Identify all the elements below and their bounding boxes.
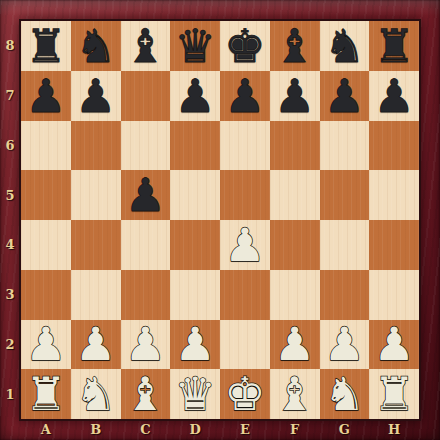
square-c5[interactable]: ♟ xyxy=(121,170,171,220)
square-b7[interactable]: ♟ xyxy=(71,71,121,121)
square-f6[interactable] xyxy=(270,121,320,171)
piece-black-pawn[interactable]: ♟ xyxy=(75,73,116,119)
square-g3[interactable] xyxy=(320,270,370,320)
square-c6[interactable] xyxy=(121,121,171,171)
square-g1[interactable]: ♞ xyxy=(320,369,370,419)
piece-black-queen[interactable]: ♛ xyxy=(175,23,216,69)
square-g5[interactable] xyxy=(320,170,370,220)
chess-board-frame: ♜♞♝♛♚♝♞♜♟♟♟♟♟♟♟♟♟♟♟♟♟♟♟♟♜♞♝♛♚♝♞♜ 8765432… xyxy=(0,0,440,440)
square-a8[interactable]: ♜ xyxy=(21,21,71,71)
rank-label-3: 3 xyxy=(0,270,20,320)
file-label-c: C xyxy=(121,420,171,440)
square-h4[interactable] xyxy=(369,220,419,270)
square-b6[interactable] xyxy=(71,121,121,171)
file-label-f: F xyxy=(270,420,320,440)
piece-black-pawn[interactable]: ♟ xyxy=(224,73,265,119)
rank-label-5: 5 xyxy=(0,170,20,220)
piece-black-pawn[interactable]: ♟ xyxy=(374,73,415,119)
square-f4[interactable] xyxy=(270,220,320,270)
piece-black-pawn[interactable]: ♟ xyxy=(175,73,216,119)
square-h1[interactable]: ♜ xyxy=(369,369,419,419)
square-e1[interactable]: ♚ xyxy=(220,369,270,419)
square-a1[interactable]: ♜ xyxy=(21,369,71,419)
square-g2[interactable]: ♟ xyxy=(320,320,370,370)
rank-label-2: 2 xyxy=(0,320,20,370)
square-f5[interactable] xyxy=(270,170,320,220)
piece-white-pawn[interactable]: ♟ xyxy=(274,321,315,367)
piece-white-pawn[interactable]: ♟ xyxy=(75,321,116,367)
rank-label-1: 1 xyxy=(0,369,20,419)
square-e7[interactable]: ♟ xyxy=(220,71,270,121)
piece-black-knight[interactable]: ♞ xyxy=(324,23,365,69)
square-c4[interactable] xyxy=(121,220,171,270)
square-e3[interactable] xyxy=(220,270,270,320)
square-b5[interactable] xyxy=(71,170,121,220)
piece-white-pawn[interactable]: ♟ xyxy=(224,222,265,268)
square-d8[interactable]: ♛ xyxy=(170,21,220,71)
square-h8[interactable]: ♜ xyxy=(369,21,419,71)
square-g7[interactable]: ♟ xyxy=(320,71,370,121)
piece-white-bishop[interactable]: ♝ xyxy=(274,371,315,417)
piece-black-pawn[interactable]: ♟ xyxy=(25,73,66,119)
piece-black-pawn[interactable]: ♟ xyxy=(324,73,365,119)
square-a6[interactable] xyxy=(21,121,71,171)
square-a7[interactable]: ♟ xyxy=(21,71,71,121)
square-h7[interactable]: ♟ xyxy=(369,71,419,121)
piece-white-knight[interactable]: ♞ xyxy=(75,371,116,417)
square-f1[interactable]: ♝ xyxy=(270,369,320,419)
square-g4[interactable] xyxy=(320,220,370,270)
square-h3[interactable] xyxy=(369,270,419,320)
piece-white-knight[interactable]: ♞ xyxy=(324,371,365,417)
piece-white-rook[interactable]: ♜ xyxy=(374,371,415,417)
square-c8[interactable]: ♝ xyxy=(121,21,171,71)
square-d6[interactable] xyxy=(170,121,220,171)
piece-white-pawn[interactable]: ♟ xyxy=(175,321,216,367)
square-d3[interactable] xyxy=(170,270,220,320)
square-e6[interactable] xyxy=(220,121,270,171)
square-e8[interactable]: ♚ xyxy=(220,21,270,71)
square-c3[interactable] xyxy=(121,270,171,320)
file-label-d: D xyxy=(170,420,220,440)
piece-white-pawn[interactable]: ♟ xyxy=(125,321,166,367)
square-d7[interactable]: ♟ xyxy=(170,71,220,121)
piece-black-knight[interactable]: ♞ xyxy=(75,23,116,69)
piece-white-rook[interactable]: ♜ xyxy=(25,371,66,417)
file-label-h: H xyxy=(369,420,419,440)
piece-white-bishop[interactable]: ♝ xyxy=(125,371,166,417)
square-g8[interactable]: ♞ xyxy=(320,21,370,71)
square-e5[interactable] xyxy=(220,170,270,220)
square-b2[interactable]: ♟ xyxy=(71,320,121,370)
rank-label-4: 4 xyxy=(0,220,20,270)
piece-white-pawn[interactable]: ♟ xyxy=(374,321,415,367)
square-h2[interactable]: ♟ xyxy=(369,320,419,370)
piece-black-rook[interactable]: ♜ xyxy=(374,23,415,69)
square-f2[interactable]: ♟ xyxy=(270,320,320,370)
square-c1[interactable]: ♝ xyxy=(121,369,171,419)
square-b3[interactable] xyxy=(71,270,121,320)
piece-black-pawn[interactable]: ♟ xyxy=(274,73,315,119)
square-e4[interactable]: ♟ xyxy=(220,220,270,270)
piece-white-pawn[interactable]: ♟ xyxy=(25,321,66,367)
square-b1[interactable]: ♞ xyxy=(71,369,121,419)
square-d2[interactable]: ♟ xyxy=(170,320,220,370)
square-f8[interactable]: ♝ xyxy=(270,21,320,71)
file-label-g: G xyxy=(320,420,370,440)
chess-board: ♜♞♝♛♚♝♞♜♟♟♟♟♟♟♟♟♟♟♟♟♟♟♟♟♜♞♝♛♚♝♞♜ xyxy=(21,21,419,419)
square-a2[interactable]: ♟ xyxy=(21,320,71,370)
square-a3[interactable] xyxy=(21,270,71,320)
file-label-a: A xyxy=(21,420,71,440)
rank-label-7: 7 xyxy=(0,71,20,121)
square-a5[interactable] xyxy=(21,170,71,220)
square-d5[interactable] xyxy=(170,170,220,220)
square-f7[interactable]: ♟ xyxy=(270,71,320,121)
square-g6[interactable] xyxy=(320,121,370,171)
square-e2[interactable] xyxy=(220,320,270,370)
square-d4[interactable] xyxy=(170,220,220,270)
square-d1[interactable]: ♛ xyxy=(170,369,220,419)
square-h6[interactable] xyxy=(369,121,419,171)
piece-white-queen[interactable]: ♛ xyxy=(175,371,216,417)
piece-black-rook[interactable]: ♜ xyxy=(25,23,66,69)
piece-black-king[interactable]: ♚ xyxy=(224,23,265,69)
rank-label-6: 6 xyxy=(0,121,20,171)
square-h5[interactable] xyxy=(369,170,419,220)
square-b4[interactable] xyxy=(71,220,121,270)
piece-black-bishop[interactable]: ♝ xyxy=(125,23,166,69)
square-a4[interactable] xyxy=(21,220,71,270)
piece-white-pawn[interactable]: ♟ xyxy=(324,321,365,367)
piece-black-pawn[interactable]: ♟ xyxy=(125,172,166,218)
square-c7[interactable] xyxy=(121,71,171,121)
square-f3[interactable] xyxy=(270,270,320,320)
rank-label-8: 8 xyxy=(0,21,20,71)
piece-white-king[interactable]: ♚ xyxy=(224,371,265,417)
file-label-e: E xyxy=(220,420,270,440)
file-label-b: B xyxy=(71,420,121,440)
square-b8[interactable]: ♞ xyxy=(71,21,121,71)
square-c2[interactable]: ♟ xyxy=(121,320,171,370)
piece-black-bishop[interactable]: ♝ xyxy=(274,23,315,69)
